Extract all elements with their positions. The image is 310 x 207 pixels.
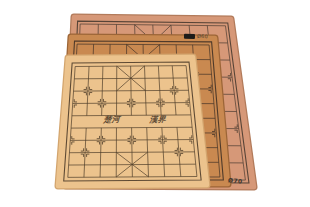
stacked-xiangqi-boards-photo: 楚河 漢界 Ø60 Ø70 xyxy=(0,0,310,207)
river-label-chu: 楚河 xyxy=(98,114,126,126)
brand-chip xyxy=(184,33,195,38)
back-board-size-label: Ø70 xyxy=(228,176,243,184)
front-board xyxy=(58,57,207,186)
river-label-han: 漢界 xyxy=(144,114,172,126)
middle-board-size-label: Ø60 xyxy=(197,33,208,39)
middle-board-brand-label: Ø60 xyxy=(184,33,208,39)
boards-canvas xyxy=(0,0,310,207)
